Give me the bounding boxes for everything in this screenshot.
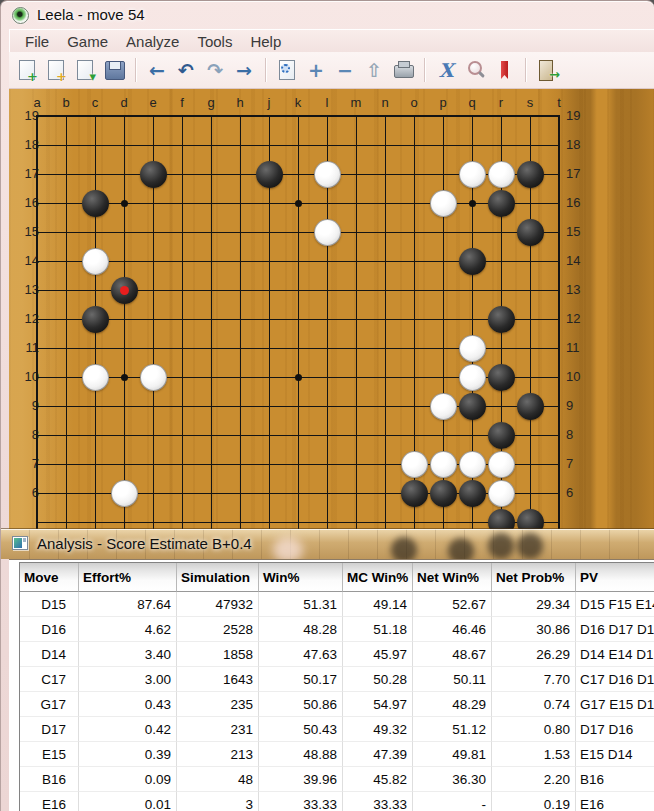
value-cell: 50.17 — [259, 667, 343, 692]
grid-hline-19 — [36, 115, 560, 117]
undo-icon[interactable]: ↶ — [174, 58, 198, 82]
col-header-effort-[interactable]: Effort% — [79, 563, 177, 592]
stone-black-r12[interactable] — [488, 306, 515, 333]
value-cell: 231 — [177, 717, 259, 742]
value-cell: 47932 — [177, 592, 259, 617]
stone-white-q11[interactable] — [459, 335, 486, 362]
stone-black-q9[interactable] — [459, 393, 486, 420]
last-move-marker — [120, 286, 129, 295]
coord-col-r: r — [491, 95, 511, 110]
analysis-row-e16[interactable]: E160.01333.3333.33-0.19E16 — [20, 792, 654, 811]
value-cell: 39.96 — [259, 767, 343, 792]
value-cell: 3.40 — [79, 642, 177, 667]
star-point-q16 — [469, 200, 476, 207]
menu-help[interactable]: Help — [241, 32, 290, 51]
toolbar-separator — [525, 58, 526, 82]
stone-white-q7[interactable] — [459, 451, 486, 478]
coord-row-15-right: 15 — [566, 224, 590, 239]
coord-row-8-right: 8 — [566, 427, 590, 442]
coord-col-s: s — [520, 95, 540, 110]
exit-icon[interactable] — [535, 58, 559, 82]
coord-col-c: c — [85, 95, 105, 110]
value-cell: 51.18 — [343, 617, 413, 642]
value-cell: 0.43 — [79, 692, 177, 717]
grid-vline-g — [211, 115, 212, 529]
grid-vline-a — [36, 115, 38, 529]
stone-black-r10[interactable] — [488, 364, 515, 391]
leela-app-icon — [12, 7, 29, 24]
stone-white-p9[interactable] — [430, 393, 457, 420]
new-board-icon[interactable]: + — [44, 58, 68, 82]
stone-white-p16[interactable] — [430, 190, 457, 217]
menu-file[interactable]: File — [16, 32, 58, 51]
stone-black-o6[interactable] — [401, 480, 428, 507]
coord-row-16-right: 16 — [566, 195, 590, 210]
value-cell: 48.28 — [259, 617, 343, 642]
analysis-row-d15[interactable]: D1587.644793251.3149.1452.6729.34D15 F15… — [20, 592, 654, 617]
plus-icon[interactable]: + — [304, 58, 328, 82]
analysis-content: MoveEffort%SimulationWin%MC Win%Net Win%… — [9, 559, 654, 811]
value-cell: 54.97 — [343, 692, 413, 717]
pv-cell: D14 E14 D1 — [576, 642, 654, 667]
coord-row-10-right: 10 — [566, 369, 590, 384]
stone-white-l15[interactable] — [314, 219, 341, 246]
pv-cell: E15 D14 — [576, 742, 654, 767]
coord-col-k: k — [288, 95, 308, 110]
value-cell: 0.42 — [79, 717, 177, 742]
value-cell: 4.62 — [79, 617, 177, 642]
stone-white-q10[interactable] — [459, 364, 486, 391]
value-cell: 30.86 — [492, 617, 576, 642]
move-cell: D15 — [20, 592, 79, 617]
col-header-mc-win-[interactable]: MC Win% — [343, 563, 413, 592]
pv-cell: E16 — [576, 792, 654, 811]
value-cell: 0.09 — [79, 767, 177, 792]
menu-tools[interactable]: Tools — [188, 32, 241, 51]
toolbar-separator — [424, 58, 425, 82]
value-cell: 0.80 — [492, 717, 576, 742]
value-cell: 1643 — [177, 667, 259, 692]
value-cell: 0.19 — [492, 792, 576, 811]
analysis-row-e15[interactable]: E150.3921348.8847.3949.811.53E15 D14 — [20, 742, 654, 767]
value-cell: - — [413, 792, 492, 811]
grid-vline-m — [356, 115, 357, 529]
window-title: Leela - move 54 — [37, 6, 145, 23]
coord-row-7-right: 7 — [566, 456, 590, 471]
star-point-k16 — [295, 200, 302, 207]
value-cell: 36.30 — [413, 767, 492, 792]
menu-bar: FileGameAnalyzeToolsHelp — [9, 29, 654, 52]
col-header-simulation[interactable]: Simulation — [177, 563, 259, 592]
grid-hline-12 — [36, 319, 560, 320]
coord-row-9-right: 9 — [566, 398, 590, 413]
score-icon[interactable]: X — [434, 58, 458, 82]
value-cell: 45.82 — [343, 767, 413, 792]
stone-white-o7[interactable] — [401, 451, 428, 478]
coord-col-h: h — [230, 95, 250, 110]
value-cell: 235 — [177, 692, 259, 717]
grid-vline-f — [182, 115, 183, 529]
coord-row-14-right: 14 — [566, 253, 590, 268]
toolbar-separator — [135, 58, 136, 82]
stone-black-s15[interactable] — [517, 219, 544, 246]
coord-col-b: b — [56, 95, 76, 110]
analysis-table: MoveEffort%SimulationWin%MC Win%Net Win%… — [19, 562, 654, 811]
stone-black-q6[interactable] — [459, 480, 486, 507]
open-icon-badge: ▾ — [89, 70, 96, 83]
grid-vline-k — [298, 115, 299, 529]
bookmark-icon[interactable] — [492, 58, 516, 82]
coord-row-12-right: 12 — [566, 311, 590, 326]
coord-col-e: e — [143, 95, 163, 110]
analyze-icon[interactable] — [275, 58, 299, 82]
col-header-net-prob-[interactable]: Net Prob% — [492, 563, 576, 592]
pv-cell: D17 D16 — [576, 717, 654, 742]
value-cell: 49.14 — [343, 592, 413, 617]
stone-black-r16[interactable] — [488, 190, 515, 217]
analysis-row-g17[interactable]: G170.4323550.8654.9748.290.74G17 E15 D1 — [20, 692, 654, 717]
minus-icon[interactable]: − — [333, 58, 357, 82]
coord-row-18-right: 18 — [566, 137, 590, 152]
stone-white-r17[interactable] — [488, 161, 515, 188]
new-board-icon-badge: + — [56, 70, 67, 83]
value-cell: 50.43 — [259, 717, 343, 742]
value-cell: 2528 — [177, 617, 259, 642]
analysis-row-d14[interactable]: D143.40185847.6345.9748.6726.29D14 E14 D… — [20, 642, 654, 667]
col-header-win-[interactable]: Win% — [259, 563, 343, 592]
analysis-title-bar[interactable]: Analysis - Score Estimate B+0.4 — [1, 529, 654, 559]
new-game-icon[interactable]: + — [15, 58, 39, 82]
up-icon[interactable]: ⇧ — [362, 58, 386, 82]
value-cell: 87.64 — [79, 592, 177, 617]
stone-white-c14[interactable] — [82, 248, 109, 275]
coord-row-6-right: 6 — [566, 485, 590, 500]
coord-col-p: p — [433, 95, 453, 110]
toolbar-separator — [265, 58, 266, 82]
move-cell: G17 — [20, 692, 79, 717]
value-cell: 47.39 — [343, 742, 413, 767]
leela-window: Leela - move 54 FileGameAnalyzeToolsHelp… — [0, 0, 654, 811]
coord-row-19-right: 19 — [566, 108, 590, 123]
stone-white-r7[interactable] — [488, 451, 515, 478]
pv-cell: C17 D16 D1 — [576, 667, 654, 692]
col-header-move[interactable]: Move — [20, 563, 79, 592]
grid-hline-5 — [36, 522, 560, 523]
stone-black-e17[interactable] — [140, 161, 167, 188]
star-point-d10 — [121, 374, 128, 381]
value-cell: 48.88 — [259, 742, 343, 767]
coord-col-f: f — [172, 95, 192, 110]
col-header-net-win-[interactable]: Net Win% — [413, 563, 492, 592]
new-game-icon-badge: + — [27, 70, 38, 83]
grid-hline-18 — [36, 145, 560, 146]
value-cell: 48 — [177, 767, 259, 792]
stone-black-s9[interactable] — [517, 393, 544, 420]
value-cell: 213 — [177, 742, 259, 767]
grid-vline-d — [124, 115, 125, 529]
value-cell: 1858 — [177, 642, 259, 667]
value-cell: 1.53 — [492, 742, 576, 767]
open-icon[interactable]: ▾ — [73, 58, 97, 82]
menu-game[interactable]: Game — [58, 32, 117, 51]
pv-cell: B16 — [576, 767, 654, 792]
stone-black-r5[interactable] — [488, 509, 515, 530]
move-cell: D17 — [20, 717, 79, 742]
pv-cell: D16 D17 D1 — [576, 617, 654, 642]
grid-hline-15 — [36, 232, 560, 233]
value-cell: 50.11 — [413, 667, 492, 692]
coord-col-j: j — [259, 95, 279, 110]
coord-col-o: o — [404, 95, 424, 110]
stone-white-q17[interactable] — [459, 161, 486, 188]
stone-white-e10[interactable] — [140, 364, 167, 391]
value-cell: 49.81 — [413, 742, 492, 767]
title-bar[interactable]: Leela - move 54 — [1, 1, 654, 29]
grid-vline-b — [66, 115, 67, 529]
grid-hline-8 — [36, 435, 560, 436]
value-cell: 46.46 — [413, 617, 492, 642]
stone-black-s5[interactable] — [517, 509, 544, 530]
back-icon[interactable]: ← — [145, 58, 169, 82]
value-cell: 0.39 — [79, 742, 177, 767]
stone-white-r6[interactable] — [488, 480, 515, 507]
move-cell: E15 — [20, 742, 79, 767]
analysis-app-icon — [12, 536, 28, 550]
glass-stone-shadow — [488, 533, 514, 559]
value-cell: 3.00 — [79, 667, 177, 692]
redo-icon[interactable]: ↷ — [203, 58, 227, 82]
stone-white-l17[interactable] — [314, 161, 341, 188]
coord-row-13-right: 13 — [566, 282, 590, 297]
forward-icon[interactable]: → — [232, 58, 256, 82]
coord-row-17-right: 17 — [566, 166, 590, 181]
printer-icon[interactable] — [391, 58, 415, 82]
coord-col-d: d — [114, 95, 134, 110]
gear-icon — [281, 64, 290, 73]
pv-cell: G17 E15 D1 — [576, 692, 654, 717]
value-cell: 51.12 — [413, 717, 492, 742]
coord-col-m: m — [346, 95, 366, 110]
value-cell: 26.29 — [492, 642, 576, 667]
value-cell: 2.20 — [492, 767, 576, 792]
value-cell: 48.29 — [413, 692, 492, 717]
pv-cell: D15 F15 E14 — [576, 592, 654, 617]
value-cell: 3 — [177, 792, 259, 811]
star-point-d16 — [121, 200, 128, 207]
move-cell: B16 — [20, 767, 79, 792]
value-cell: 45.97 — [343, 642, 413, 667]
coord-col-n: n — [375, 95, 395, 110]
stone-black-j17[interactable] — [256, 161, 283, 188]
value-cell: 52.67 — [413, 592, 492, 617]
glass-stone-shadow — [517, 533, 543, 559]
coord-col-g: g — [201, 95, 221, 110]
value-cell: 51.31 — [259, 592, 343, 617]
move-cell: C17 — [20, 667, 79, 692]
stone-black-q14[interactable] — [459, 248, 486, 275]
value-cell: 47.63 — [259, 642, 343, 667]
value-cell: 49.32 — [343, 717, 413, 742]
toolbar: ++▾←↶↷→+−⇧X — [9, 52, 654, 89]
move-cell: E16 — [20, 792, 79, 811]
value-cell: 33.33 — [259, 792, 343, 811]
coord-col-l: l — [317, 95, 337, 110]
grid-vline-t — [558, 115, 560, 529]
stone-black-p6[interactable] — [430, 480, 457, 507]
col-header-pv[interactable]: PV — [576, 563, 654, 592]
value-cell: 7.70 — [492, 667, 576, 692]
analysis-table-header: MoveEffort%SimulationWin%MC Win%Net Win%… — [20, 563, 654, 592]
value-cell: 0.01 — [79, 792, 177, 811]
grid-vline-h — [240, 115, 241, 529]
analysis-window: Analysis - Score Estimate B+0.4 MoveEffo… — [1, 529, 654, 811]
menu-analyze[interactable]: Analyze — [117, 32, 188, 51]
stone-white-c10[interactable] — [82, 364, 109, 391]
value-cell: 48.67 — [413, 642, 492, 667]
analysis-row-d16[interactable]: D164.62252848.2851.1846.4630.86D16 D17 D… — [20, 617, 654, 642]
value-cell: 0.74 — [492, 692, 576, 717]
coord-row-11-right: 11 — [566, 340, 590, 355]
save-icon[interactable] — [102, 58, 126, 82]
stone-black-c12[interactable] — [82, 306, 109, 333]
go-board[interactable]: abcdefghjklmnopqrst191918181717161615151… — [9, 89, 654, 529]
move-cell: D14 — [20, 642, 79, 667]
stone-black-s17[interactable] — [517, 161, 544, 188]
stone-black-d13[interactable] — [111, 277, 138, 304]
stone-black-r8[interactable] — [488, 422, 515, 449]
value-cell: 29.34 — [492, 592, 576, 617]
analysis-row-b16[interactable]: B160.094839.9645.8236.302.20B16 — [20, 767, 654, 792]
stone-white-d6[interactable] — [111, 480, 138, 507]
value-cell: 50.28 — [343, 667, 413, 692]
value-cell: 50.86 — [259, 692, 343, 717]
star-point-k10 — [295, 374, 302, 381]
coord-col-q: q — [462, 95, 482, 110]
move-cell: D16 — [20, 617, 79, 642]
search-icon[interactable] — [463, 58, 487, 82]
grid-vline-n — [385, 115, 386, 529]
analysis-title: Analysis - Score Estimate B+0.4 — [37, 535, 252, 552]
stone-white-p7[interactable] — [430, 451, 457, 478]
analysis-row-d17[interactable]: D170.4223150.4349.3251.120.80D17 D16 — [20, 717, 654, 742]
stone-black-c16[interactable] — [82, 190, 109, 217]
analysis-row-c17[interactable]: C173.00164350.1750.2850.117.70C17 D16 D1 — [20, 667, 654, 692]
value-cell: 33.33 — [343, 792, 413, 811]
